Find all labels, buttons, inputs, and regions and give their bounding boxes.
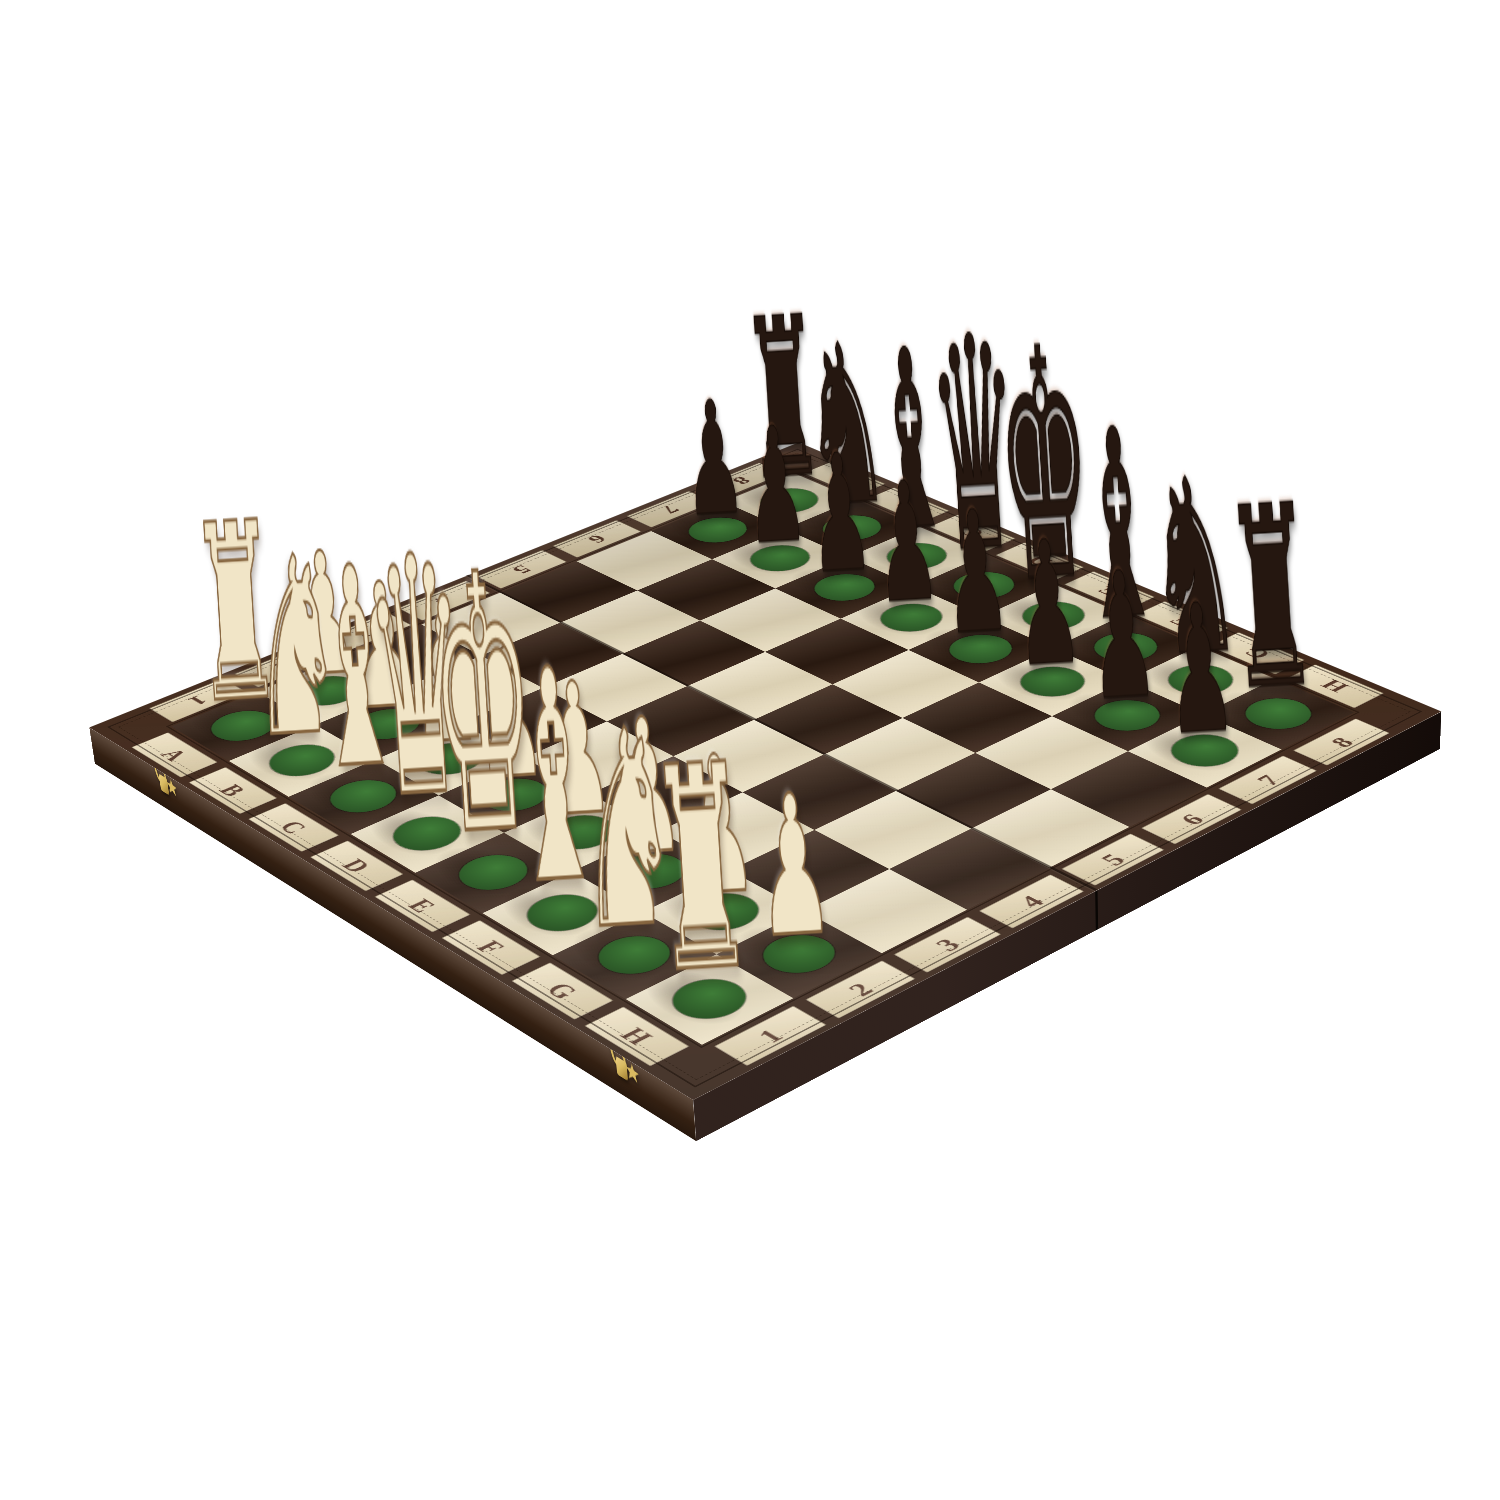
file-label-far-c-text: C: [954, 525, 990, 541]
perspective-container: AABBCCDDEEFFGGHH8877665544332211 ♜♞♝♛♚♝♞…: [0, 0, 1500, 1500]
black-rook-glyph: ♜: [1220, 470, 1322, 725]
rank-label-left-6-text: 6: [582, 532, 612, 545]
rank-label-left-1-text: 1: [183, 692, 213, 708]
file-label-far-a-text: A: [827, 471, 862, 486]
latch-pad: [616, 1056, 628, 1081]
file-label-far-d-text: D: [1021, 553, 1058, 569]
white-rook-glyph: ♜: [644, 726, 758, 1012]
fold-seam-edge: [1095, 890, 1098, 931]
rank-label-left-8-text: 8: [727, 474, 756, 487]
rank-label-left-7-text: 7: [655, 503, 685, 516]
chess-board: AABBCCDDEEFFGGHH8877665544332211 ♜♞♝♛♚♝♞…: [89, 442, 1441, 1100]
photo-backdrop: AABBCCDDEEFFGGHH8877665544332211 ♜♞♝♛♚♝♞…: [0, 0, 1500, 1500]
black-pawn-glyph: ♟: [1084, 547, 1161, 725]
scene-rotation: AABBCCDDEEFFGGHH8877665544332211 ♜♞♝♛♚♝♞…: [0, 0, 1500, 1500]
white-pawn-glyph: ♟: [751, 768, 836, 965]
latch-star-catch: [626, 1060, 640, 1084]
latch-pad: [159, 774, 170, 796]
black-pawn-glyph: ♟: [1160, 579, 1239, 760]
file-label-far-b-text: B: [890, 498, 925, 513]
